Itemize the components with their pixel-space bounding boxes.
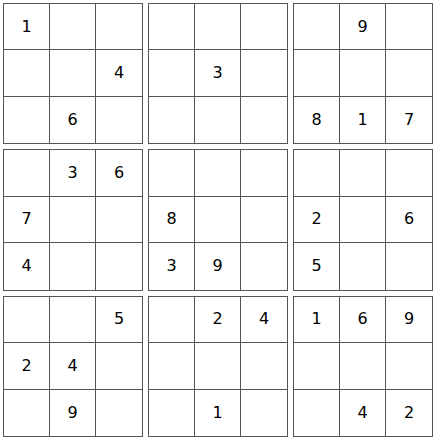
- sudoku-cell-r5c8[interactable]: [340, 197, 386, 243]
- sudoku-cell-r4c2[interactable]: 3: [50, 150, 96, 196]
- sudoku-block-r3c1: 5249: [3, 296, 143, 437]
- sudoku-cell-r9c1[interactable]: [4, 390, 50, 436]
- sudoku-cell-r6c3[interactable]: [96, 243, 142, 289]
- sudoku-cell-r5c5[interactable]: [195, 197, 241, 243]
- sudoku-cell-r8c8[interactable]: [340, 343, 386, 389]
- sudoku-block-r3c3: 16942: [293, 296, 433, 437]
- sudoku-cell-r9c2[interactable]: 9: [50, 390, 96, 436]
- sudoku-cell-r9c8[interactable]: 4: [340, 390, 386, 436]
- sudoku-block-r2c3: 265: [293, 149, 433, 290]
- sudoku-cell-r1c5[interactable]: [195, 4, 241, 50]
- sudoku-block-r1c2: 3: [148, 3, 288, 144]
- sudoku-cell-r2c5[interactable]: 3: [195, 50, 241, 96]
- sudoku-cell-r8c1[interactable]: 2: [4, 343, 50, 389]
- sudoku-cell-r2c7[interactable]: [294, 50, 340, 96]
- sudoku-cell-r1c3[interactable]: [96, 4, 142, 50]
- sudoku-cell-r8c6[interactable]: [241, 343, 287, 389]
- sudoku-cell-r6c5[interactable]: 9: [195, 243, 241, 289]
- sudoku-cell-r4c4[interactable]: [149, 150, 195, 196]
- sudoku-cell-r4c8[interactable]: [340, 150, 386, 196]
- sudoku-cell-r4c6[interactable]: [241, 150, 287, 196]
- sudoku-cell-r6c1[interactable]: 4: [4, 243, 50, 289]
- sudoku-cell-r3c4[interactable]: [149, 97, 195, 143]
- sudoku-block-r2c2: 839: [148, 149, 288, 290]
- sudoku-board: 146398173674839265524924116942: [0, 0, 437, 441]
- sudoku-cell-r4c9[interactable]: [386, 150, 432, 196]
- sudoku-cell-r9c9[interactable]: 2: [386, 390, 432, 436]
- sudoku-cell-r5c1[interactable]: 7: [4, 197, 50, 243]
- sudoku-cell-r9c7[interactable]: [294, 390, 340, 436]
- sudoku-cell-r2c6[interactable]: [241, 50, 287, 96]
- sudoku-cell-r2c1[interactable]: [4, 50, 50, 96]
- sudoku-block-r1c3: 9817: [293, 3, 433, 144]
- sudoku-cell-r7c3[interactable]: 5: [96, 297, 142, 343]
- sudoku-cell-r5c3[interactable]: [96, 197, 142, 243]
- sudoku-cell-r8c7[interactable]: [294, 343, 340, 389]
- sudoku-cell-r1c4[interactable]: [149, 4, 195, 50]
- sudoku-cell-r5c4[interactable]: 8: [149, 197, 195, 243]
- sudoku-cell-r9c4[interactable]: [149, 390, 195, 436]
- sudoku-block-r2c1: 3674: [3, 149, 143, 290]
- sudoku-cell-r1c2[interactable]: [50, 4, 96, 50]
- sudoku-cell-r6c7[interactable]: 5: [294, 243, 340, 289]
- sudoku-cell-r3c8[interactable]: 1: [340, 97, 386, 143]
- sudoku-cell-r9c5[interactable]: 1: [195, 390, 241, 436]
- sudoku-cell-r6c4[interactable]: 3: [149, 243, 195, 289]
- sudoku-cell-r7c7[interactable]: 1: [294, 297, 340, 343]
- sudoku-cell-r4c7[interactable]: [294, 150, 340, 196]
- sudoku-cell-r3c3[interactable]: [96, 97, 142, 143]
- sudoku-cell-r3c6[interactable]: [241, 97, 287, 143]
- sudoku-block-r1c1: 146: [3, 3, 143, 144]
- sudoku-cell-r4c5[interactable]: [195, 150, 241, 196]
- sudoku-cell-r3c5[interactable]: [195, 97, 241, 143]
- sudoku-cell-r1c6[interactable]: [241, 4, 287, 50]
- sudoku-cell-r6c2[interactable]: [50, 243, 96, 289]
- sudoku-cell-r2c2[interactable]: [50, 50, 96, 96]
- sudoku-cell-r8c4[interactable]: [149, 343, 195, 389]
- sudoku-cell-r7c5[interactable]: 2: [195, 297, 241, 343]
- sudoku-cell-r9c6[interactable]: [241, 390, 287, 436]
- sudoku-cell-r5c9[interactable]: 6: [386, 197, 432, 243]
- sudoku-cell-r7c1[interactable]: [4, 297, 50, 343]
- sudoku-cell-r1c9[interactable]: [386, 4, 432, 50]
- sudoku-cell-r5c2[interactable]: [50, 197, 96, 243]
- sudoku-cell-r7c4[interactable]: [149, 297, 195, 343]
- sudoku-cell-r8c3[interactable]: [96, 343, 142, 389]
- sudoku-cell-r7c6[interactable]: 4: [241, 297, 287, 343]
- sudoku-cell-r5c7[interactable]: 2: [294, 197, 340, 243]
- sudoku-cell-r8c9[interactable]: [386, 343, 432, 389]
- sudoku-cell-r7c8[interactable]: 6: [340, 297, 386, 343]
- sudoku-cell-r7c2[interactable]: [50, 297, 96, 343]
- sudoku-cell-r1c7[interactable]: [294, 4, 340, 50]
- sudoku-block-r3c2: 241: [148, 296, 288, 437]
- sudoku-cell-r2c8[interactable]: [340, 50, 386, 96]
- sudoku-cell-r2c4[interactable]: [149, 50, 195, 96]
- sudoku-cell-r3c1[interactable]: [4, 97, 50, 143]
- sudoku-cell-r1c1[interactable]: 1: [4, 4, 50, 50]
- sudoku-cell-r2c9[interactable]: [386, 50, 432, 96]
- sudoku-cell-r7c9[interactable]: 9: [386, 297, 432, 343]
- sudoku-cell-r3c7[interactable]: 8: [294, 97, 340, 143]
- sudoku-cell-r4c1[interactable]: [4, 150, 50, 196]
- sudoku-cell-r3c2[interactable]: 6: [50, 97, 96, 143]
- sudoku-cell-r4c3[interactable]: 6: [96, 150, 142, 196]
- sudoku-cell-r9c3[interactable]: [96, 390, 142, 436]
- sudoku-cell-r5c6[interactable]: [241, 197, 287, 243]
- sudoku-cell-r6c6[interactable]: [241, 243, 287, 289]
- sudoku-cell-r8c2[interactable]: 4: [50, 343, 96, 389]
- sudoku-cell-r6c9[interactable]: [386, 243, 432, 289]
- sudoku-cell-r1c8[interactable]: 9: [340, 4, 386, 50]
- sudoku-cell-r6c8[interactable]: [340, 243, 386, 289]
- sudoku-cell-r2c3[interactable]: 4: [96, 50, 142, 96]
- sudoku-cell-r8c5[interactable]: [195, 343, 241, 389]
- sudoku-cell-r3c9[interactable]: 7: [386, 97, 432, 143]
